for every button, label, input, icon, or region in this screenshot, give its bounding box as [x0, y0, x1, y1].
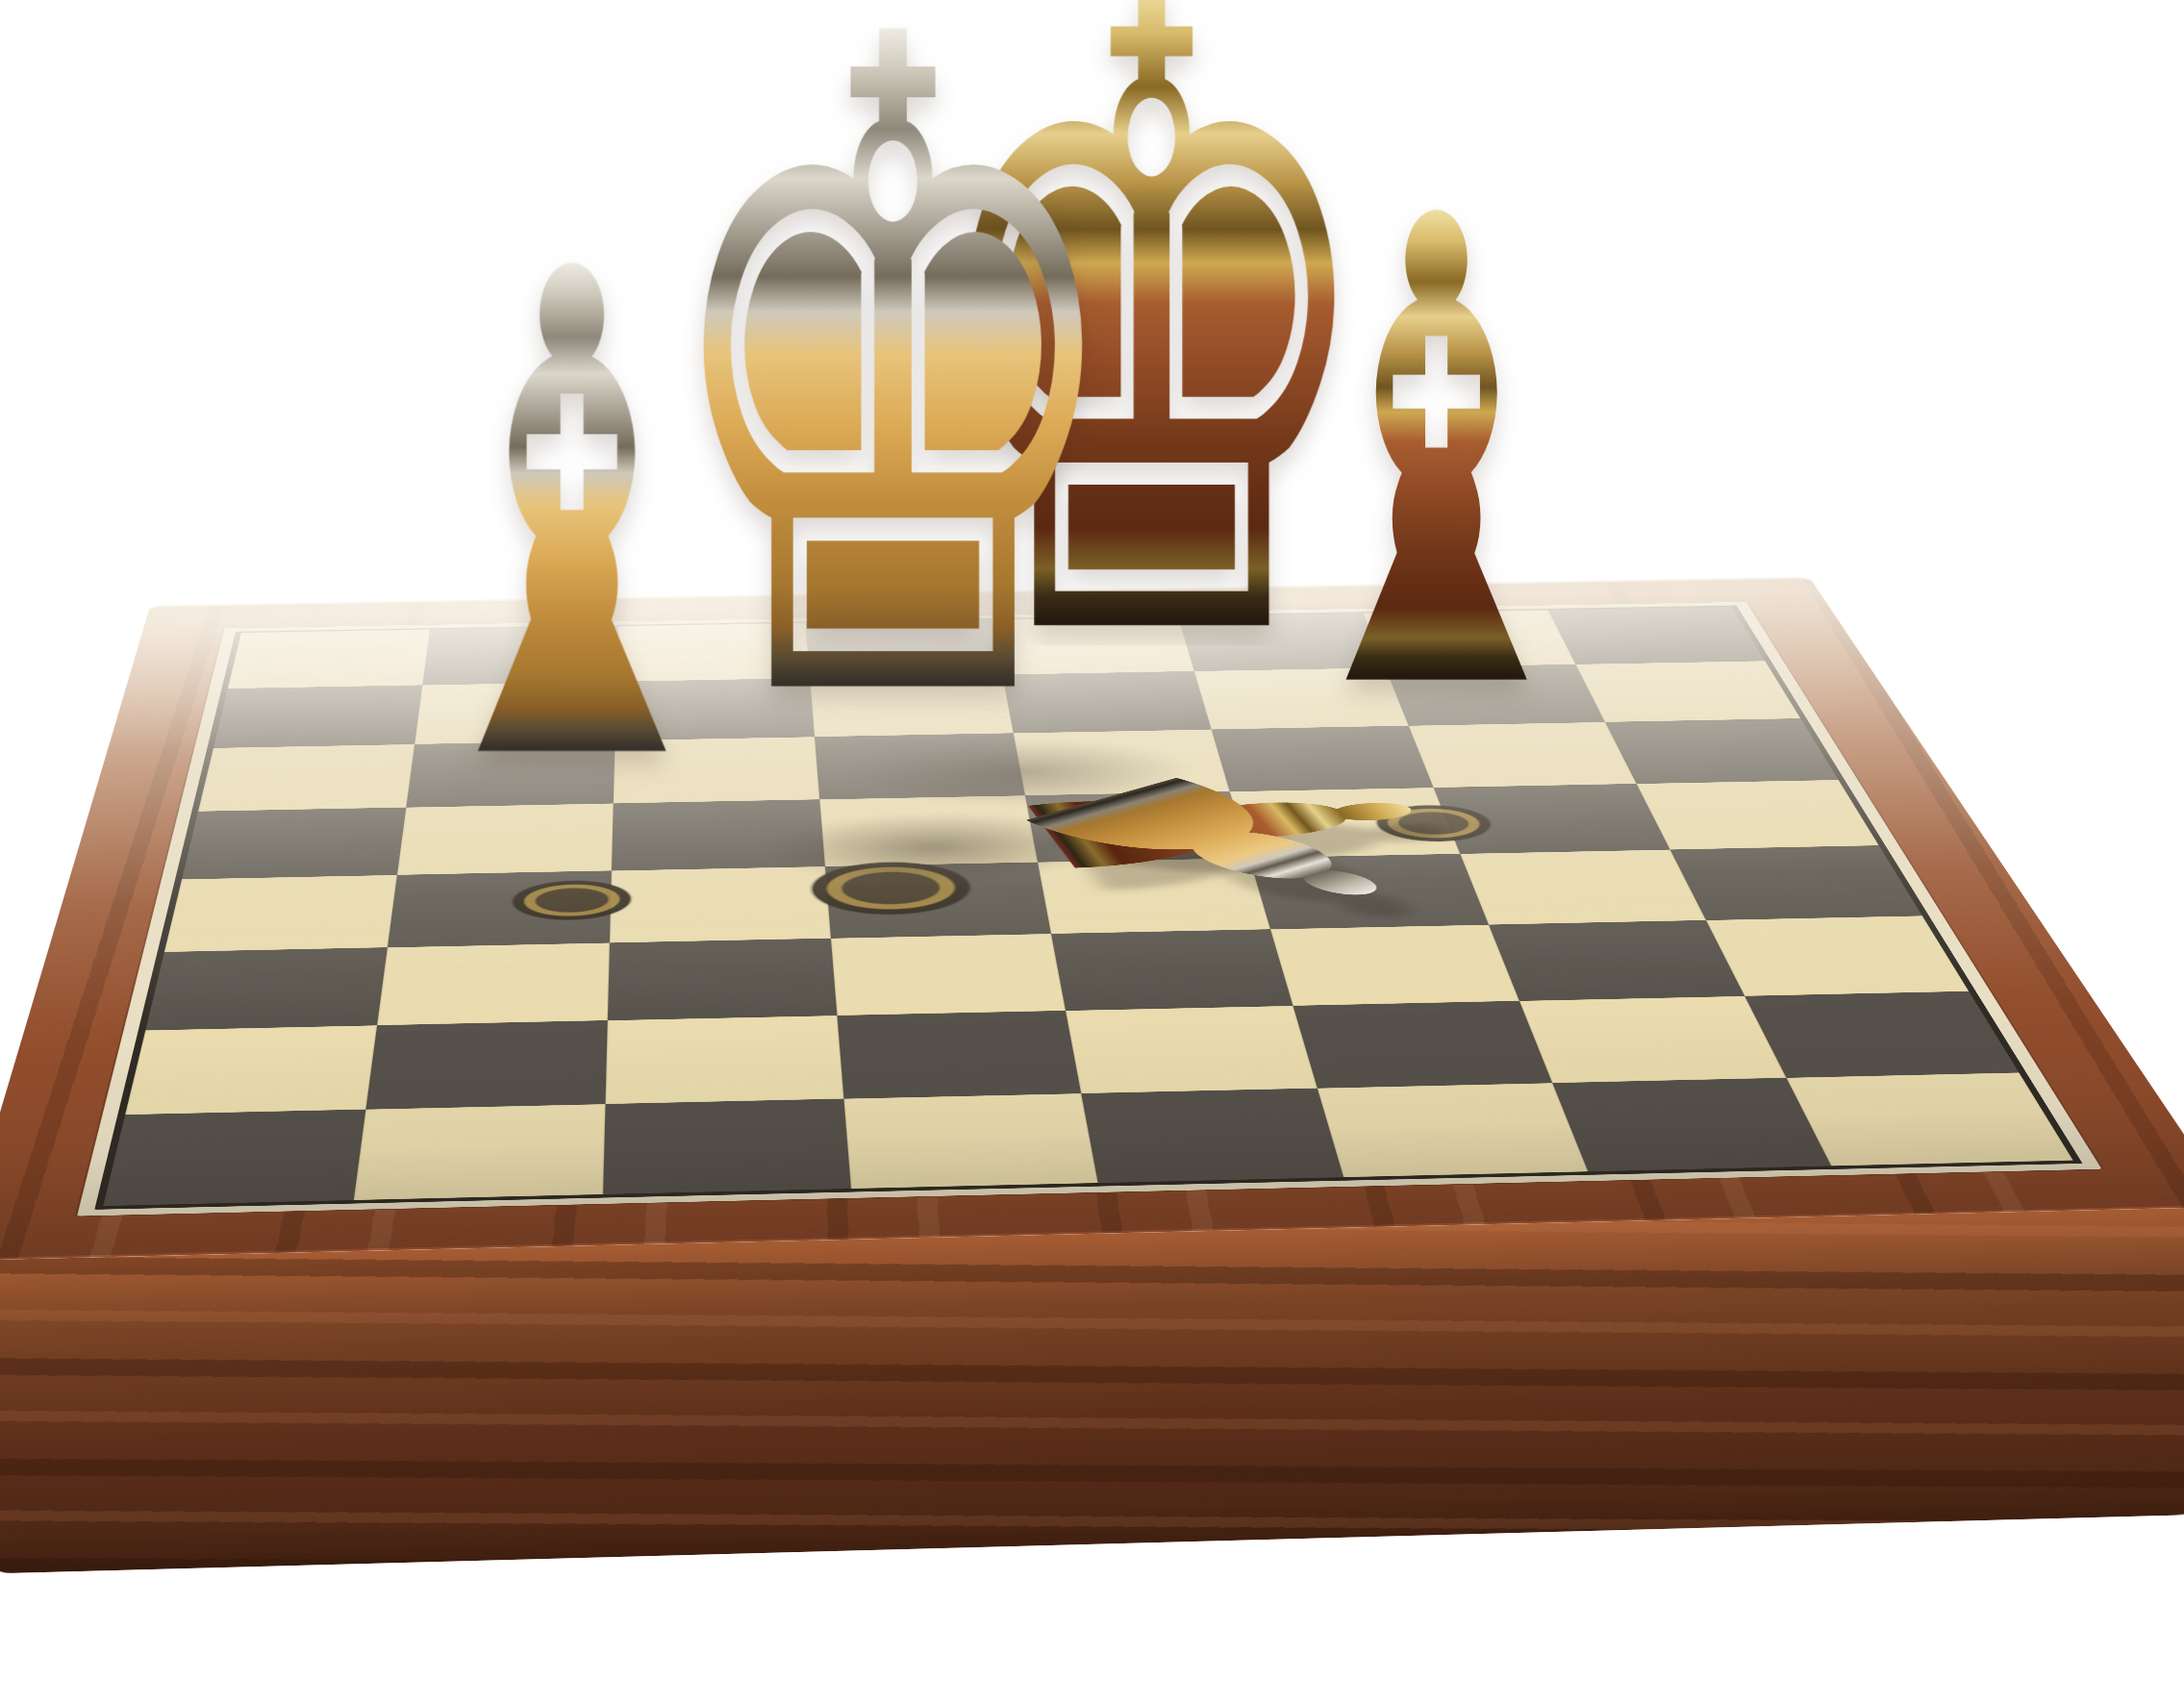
square-g2 [1519, 996, 1787, 1083]
square-b2 [365, 1020, 607, 1110]
square-b1 [353, 1104, 605, 1200]
white-bishop-figure: ♝ [129, 131, 1015, 909]
square-f2 [1293, 1001, 1552, 1089]
square-a2 [125, 1025, 377, 1115]
square-a1 [103, 1110, 365, 1207]
chess-board: ♝♝♚♚♚♚♝♝♟♟♟♟ [0, 579, 2184, 1261]
square-c1 [603, 1099, 851, 1195]
square-d1 [843, 1093, 1097, 1189]
photo-stage: ♝♝♚♚♚♚♝♝♟♟♟♟ [0, 0, 2184, 1705]
square-g1 [1552, 1078, 1831, 1172]
board-top-surface: ♝♝♚♚♚♚♝♝♟♟♟♟ [0, 579, 2184, 1261]
chessboard-photo: Low-angle photograph of a glossy rosewoo… [0, 0, 2184, 1705]
square-c2 [605, 1015, 843, 1104]
square-e1 [1081, 1089, 1343, 1184]
board-front-edge [0, 1207, 2184, 1574]
square-d2 [837, 1011, 1081, 1099]
white-bishop-glyph: ♝ [391, 260, 751, 782]
square-h3 [1706, 915, 1969, 996]
square-f1 [1317, 1083, 1588, 1177]
